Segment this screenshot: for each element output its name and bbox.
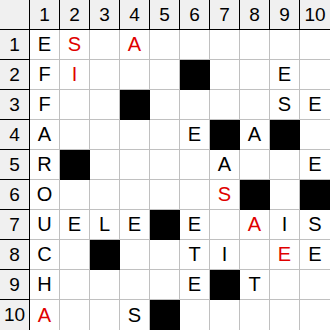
- grid-cell[interactable]: [120, 150, 150, 180]
- grid-cell[interactable]: E: [300, 240, 330, 270]
- grid-cell[interactable]: [60, 180, 90, 210]
- grid-cell[interactable]: S: [120, 300, 150, 330]
- row-header-10: 10: [0, 300, 30, 330]
- row-header-3: 3: [0, 90, 30, 120]
- grid-cell[interactable]: S: [210, 180, 240, 210]
- grid-cell[interactable]: E: [180, 270, 210, 300]
- grid-cell[interactable]: A: [240, 120, 270, 150]
- column-header-5: 5: [150, 0, 180, 30]
- grid-cell[interactable]: H: [30, 270, 60, 300]
- column-header-6: 6: [180, 0, 210, 30]
- grid-cell[interactable]: [90, 180, 120, 210]
- crossword-board: 123456789101ESA2FIE3FSE4AEA5RAE6OS7UELEE…: [0, 0, 330, 330]
- grid-cell[interactable]: E: [300, 90, 330, 120]
- block-cell[interactable]: [60, 150, 90, 180]
- grid-cell[interactable]: [270, 300, 300, 330]
- column-header-10: 10: [300, 0, 330, 30]
- grid-cell[interactable]: [210, 300, 240, 330]
- grid-cell[interactable]: [60, 90, 90, 120]
- grid-cell[interactable]: S: [300, 210, 330, 240]
- grid-cell[interactable]: [150, 240, 180, 270]
- grid-cell[interactable]: [240, 240, 270, 270]
- block-cell[interactable]: [300, 180, 330, 210]
- grid-cell[interactable]: [120, 180, 150, 210]
- grid-cell[interactable]: R: [30, 150, 60, 180]
- grid-cell[interactable]: [210, 90, 240, 120]
- grid-cell[interactable]: I: [270, 210, 300, 240]
- column-header-3: 3: [90, 0, 120, 30]
- grid-cell[interactable]: [150, 90, 180, 120]
- grid-cell[interactable]: [120, 240, 150, 270]
- grid-cell[interactable]: [150, 120, 180, 150]
- row-header-6: 6: [0, 180, 30, 210]
- grid-cell[interactable]: [180, 180, 210, 210]
- column-header-4: 4: [120, 0, 150, 30]
- grid-cell[interactable]: S: [270, 90, 300, 120]
- grid-cell[interactable]: E: [60, 210, 90, 240]
- grid-cell[interactable]: T: [180, 240, 210, 270]
- column-header-2: 2: [60, 0, 90, 30]
- grid-cell[interactable]: O: [30, 180, 60, 210]
- grid-cell[interactable]: [300, 60, 330, 90]
- grid-cell[interactable]: [240, 90, 270, 120]
- grid-cell[interactable]: [120, 60, 150, 90]
- row-header-1: 1: [0, 30, 30, 60]
- grid-cell[interactable]: E: [180, 120, 210, 150]
- block-cell[interactable]: [240, 180, 270, 210]
- grid-cell[interactable]: [300, 270, 330, 300]
- grid-cell[interactable]: [150, 30, 180, 60]
- grid-cell[interactable]: [180, 300, 210, 330]
- row-header-9: 9: [0, 270, 30, 300]
- grid-cell[interactable]: A: [30, 120, 60, 150]
- grid-cell[interactable]: [210, 60, 240, 90]
- block-cell[interactable]: [210, 120, 240, 150]
- grid-cell[interactable]: [60, 240, 90, 270]
- grid-cell[interactable]: E: [270, 60, 300, 90]
- grid-cell[interactable]: F: [30, 90, 60, 120]
- grid-cell[interactable]: E: [120, 210, 150, 240]
- grid-cell[interactable]: [270, 150, 300, 180]
- column-header-9: 9: [270, 0, 300, 30]
- block-cell[interactable]: [150, 300, 180, 330]
- grid-cell[interactable]: [150, 180, 180, 210]
- block-cell[interactable]: [90, 240, 120, 270]
- grid-cell[interactable]: [90, 150, 120, 180]
- grid-cell[interactable]: E: [300, 150, 330, 180]
- grid-cell[interactable]: [120, 120, 150, 150]
- grid-cell[interactable]: E: [180, 210, 210, 240]
- block-cell[interactable]: [180, 60, 210, 90]
- grid-cell[interactable]: E: [270, 240, 300, 270]
- grid-cell[interactable]: [150, 270, 180, 300]
- grid-cell[interactable]: [210, 210, 240, 240]
- grid-cell[interactable]: S: [60, 30, 90, 60]
- grid-cell[interactable]: [150, 150, 180, 180]
- grid-cell[interactable]: E: [30, 30, 60, 60]
- grid-cell[interactable]: [60, 300, 90, 330]
- grid-cell[interactable]: [90, 90, 120, 120]
- grid-cell[interactable]: [60, 270, 90, 300]
- grid-cell[interactable]: [90, 120, 120, 150]
- grid-cell[interactable]: I: [210, 240, 240, 270]
- row-header-8: 8: [0, 240, 30, 270]
- block-cell[interactable]: [210, 270, 240, 300]
- grid-cell[interactable]: I: [60, 60, 90, 90]
- grid-cell[interactable]: [90, 60, 120, 90]
- block-cell[interactable]: [270, 120, 300, 150]
- row-header-5: 5: [0, 150, 30, 180]
- row-header-2: 2: [0, 60, 30, 90]
- grid-cell[interactable]: A: [30, 300, 60, 330]
- grid-cell[interactable]: [150, 60, 180, 90]
- column-header-1: 1: [30, 0, 60, 30]
- grid-cell[interactable]: [180, 150, 210, 180]
- grid-cell[interactable]: [240, 60, 270, 90]
- block-cell[interactable]: [150, 210, 180, 240]
- grid-cell[interactable]: T: [240, 270, 270, 300]
- grid-cell[interactable]: A: [120, 30, 150, 60]
- grid-cell[interactable]: [300, 30, 330, 60]
- grid-cell[interactable]: [90, 270, 120, 300]
- block-cell[interactable]: [120, 90, 150, 120]
- grid-cell[interactable]: [90, 30, 120, 60]
- grid-cell[interactable]: [300, 120, 330, 150]
- column-header-7: 7: [210, 0, 240, 30]
- corner-header-cell: [0, 0, 30, 30]
- grid-cell[interactable]: [210, 30, 240, 60]
- grid-cell[interactable]: F: [30, 60, 60, 90]
- grid-cell[interactable]: A: [210, 150, 240, 180]
- grid-cell[interactable]: L: [90, 210, 120, 240]
- grid-cell[interactable]: [270, 30, 300, 60]
- row-header-7: 7: [0, 210, 30, 240]
- grid-cell[interactable]: [180, 30, 210, 60]
- grid-cell[interactable]: [240, 300, 270, 330]
- column-header-8: 8: [240, 0, 270, 30]
- grid-cell[interactable]: [240, 150, 270, 180]
- grid-cell[interactable]: [90, 300, 120, 330]
- grid-cell[interactable]: [270, 270, 300, 300]
- grid-cell[interactable]: [270, 180, 300, 210]
- grid-cell[interactable]: U: [30, 210, 60, 240]
- row-header-4: 4: [0, 120, 30, 150]
- grid-cell[interactable]: A: [240, 210, 270, 240]
- grid-cell[interactable]: [180, 90, 210, 120]
- grid-cell[interactable]: [120, 270, 150, 300]
- grid-cell[interactable]: [240, 30, 270, 60]
- grid-cell[interactable]: C: [30, 240, 60, 270]
- grid-cell[interactable]: [300, 300, 330, 330]
- grid-cell[interactable]: [60, 120, 90, 150]
